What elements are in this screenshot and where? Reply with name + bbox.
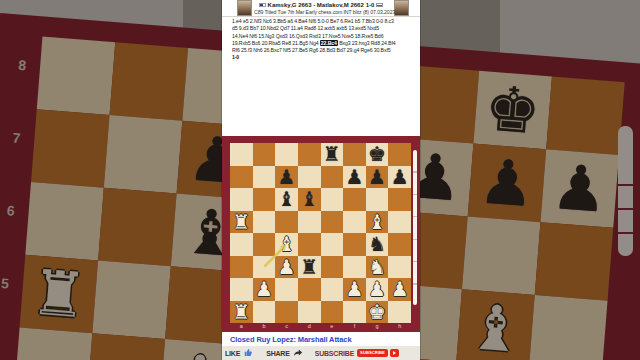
opening-name-banner: Closed Ruy Lopez: Marshall Attack: [222, 332, 420, 346]
square-c5: [275, 211, 298, 234]
file-label-b: b: [253, 322, 276, 331]
square-d6: ♝: [298, 188, 321, 211]
square-c1: [275, 301, 298, 324]
square-g1: ♚: [366, 301, 389, 324]
white-rook-a1: ♜: [232, 302, 250, 322]
result-text: 1-0: [366, 2, 375, 8]
black-pawn-g7: ♟: [368, 167, 386, 187]
white-pawn-c3: ♟: [278, 257, 296, 277]
square-f5: [343, 211, 366, 234]
event-line: C89 Titled Tue 7th Mar Early chess.com I…: [254, 9, 388, 16]
square-b2: ♟: [253, 278, 276, 301]
square-a4: [230, 233, 253, 256]
square-e8: ♜: [321, 143, 344, 166]
move-line: d5 9.d3 Bb7 10.Nbd2 Qd7 11.a4 Rad8 12.ax…: [232, 25, 413, 32]
ru-flag-icon: [376, 3, 383, 8]
square-a7: [230, 166, 253, 189]
subscribe-label[interactable]: SUBSCRIBE: [315, 350, 354, 357]
black-pawn-f7: ♟: [345, 167, 363, 187]
share-arrow-icon[interactable]: [293, 348, 303, 358]
square-a8: [230, 143, 253, 166]
file-label-d: d: [298, 322, 321, 331]
move-line: 14.Ne4 Nf6 15.Ng3 Qxd3 16.Qxd3 Rxd3 17.N…: [232, 33, 413, 40]
square-e6: [321, 188, 344, 211]
square-f2: ♟: [343, 278, 366, 301]
square-e5: [321, 211, 344, 234]
square-g4: ♞: [366, 233, 389, 256]
black-bishop-c6: ♝: [278, 189, 296, 209]
square-b6: [253, 188, 276, 211]
file-label-h: h: [388, 322, 411, 331]
move-line-segment: 19.Rxb5 Bc6 20.Rba5 Re8 21.Bg5 Ng4: [232, 40, 320, 46]
share-button[interactable]: SHARE: [266, 350, 290, 357]
move-line: Rf6 25.f3 Nh6 26.Bxc7 Nf5 27.Be5 Rg6 28.…: [232, 47, 413, 54]
move-line-segment: Bxg3 23.hxg3 Rd8 24.Bf4: [338, 40, 396, 46]
white-pawn-f2: ♟: [345, 279, 363, 299]
players-line: Kamsky,G 2663 - Matlakov,M 2662 1-0: [254, 1, 388, 9]
square-h4: [388, 233, 411, 256]
file-label-c: c: [275, 322, 298, 331]
move-line: 1.e4 e5 2.Nf3 Nc6 3.Bb5 a6 4.Ba4 Nf6 5.0…: [232, 18, 413, 25]
white-bishop-g5: ♝: [368, 212, 386, 232]
white-bishop-c4: ♝: [278, 234, 296, 254]
white-knight-g3: ♞: [368, 257, 386, 277]
square-d3: ♜: [298, 256, 321, 279]
file-label-e: e: [321, 322, 344, 331]
white-player-photo: [237, 0, 252, 16]
black-knight-g4: ♞: [368, 234, 386, 254]
black-king-g8: ♚: [368, 144, 386, 164]
black-bishop-d6: ♝: [300, 189, 318, 209]
black-player-photo: [394, 0, 409, 16]
square-g7: ♟: [366, 166, 389, 189]
white-king-g1: ♚: [368, 302, 386, 322]
move-line: 19.Rxb5 Bc6 20.Rba5 Re8 21.Bg5 Ng4 22.Bc…: [232, 40, 413, 47]
square-c4: ♝: [275, 233, 298, 256]
square-f1: [343, 301, 366, 324]
square-d8: [298, 143, 321, 166]
square-e4: [321, 233, 344, 256]
square-d4: [298, 233, 321, 256]
square-c7: ♟: [275, 166, 298, 189]
square-g2: ♟: [366, 278, 389, 301]
square-h2: ♟: [388, 278, 411, 301]
white-pawn-h2: ♟: [391, 279, 409, 299]
subscribe-button[interactable]: SUBSCRIBE: [357, 349, 388, 357]
black-rook-d3: ♜: [300, 257, 318, 277]
game-header: Kamsky,G 2663 - Matlakov,M 2662 1-0 C89 …: [222, 0, 420, 17]
chessboard: ♜♚♟♟♟♟♝♝♜♝♝♞♟♜♞♟♟♟♟♜♚: [230, 143, 411, 323]
square-f6: [343, 188, 366, 211]
action-bar: LIKE SHARE SUBSCRIBE SUBSCRIBE: [222, 346, 420, 360]
square-d7: [298, 166, 321, 189]
square-c3: ♟: [275, 256, 298, 279]
square-f7: ♟: [343, 166, 366, 189]
square-e2: [321, 278, 344, 301]
video-frame: ♜♚♟♟♟♟♝♝♜♝♝♞ 8765 Kamsky,G 2663 - Matlak…: [0, 0, 640, 360]
square-c6: ♝: [275, 188, 298, 211]
white-pawn-b2: ♟: [255, 279, 273, 299]
square-a3: [230, 256, 253, 279]
square-f4: [343, 233, 366, 256]
move-list: 1.e4 e5 2.Nf3 Nc6 3.Bb5 a6 4.Ba4 Nf6 5.0…: [232, 18, 413, 64]
square-b4: [253, 233, 276, 256]
black-rook-e8: ♜: [323, 144, 341, 164]
square-g6: [366, 188, 389, 211]
players-text: Kamsky,G 2663 - Matlakov,M 2662: [268, 2, 364, 8]
black-pawn-h7: ♟: [391, 167, 409, 187]
square-b7: [253, 166, 276, 189]
like-button[interactable]: LIKE: [225, 350, 240, 357]
file-label-f: f: [343, 322, 366, 331]
square-e1: [321, 301, 344, 324]
square-f8: [343, 143, 366, 166]
board-side-scrollbar[interactable]: [413, 150, 417, 305]
square-d1: [298, 301, 321, 324]
square-d2: [298, 278, 321, 301]
youtube-icon[interactable]: [390, 349, 399, 357]
chessboard-frame: ♜♚♟♟♟♟♝♝♜♝♝♞♟♜♞♟♟♟♟♜♚ abcdefgh: [222, 136, 420, 332]
square-g8: ♚: [366, 143, 389, 166]
square-h5: [388, 211, 411, 234]
square-g5: ♝: [366, 211, 389, 234]
square-c8: [275, 143, 298, 166]
square-g3: ♞: [366, 256, 389, 279]
square-a5: ♜: [230, 211, 253, 234]
square-h8: [388, 143, 411, 166]
thumbs-up-icon[interactable]: [244, 348, 253, 358]
game-result: 1-0: [232, 54, 413, 61]
square-b1: [253, 301, 276, 324]
square-a6: [230, 188, 253, 211]
square-h6: [388, 188, 411, 211]
square-e7: [321, 166, 344, 189]
square-b8: [253, 143, 276, 166]
square-h1: [388, 301, 411, 324]
current-move-highlight: 22.Bc4: [320, 40, 338, 46]
square-a1: ♜: [230, 301, 253, 324]
square-e3: [321, 256, 344, 279]
square-a2: [230, 278, 253, 301]
us-flag-icon: [259, 3, 266, 8]
square-h7: ♟: [388, 166, 411, 189]
square-f3: [343, 256, 366, 279]
square-h3: [388, 256, 411, 279]
black-pawn-c7: ♟: [278, 167, 296, 187]
video-overlay-panel: Kamsky,G 2663 - Matlakov,M 2662 1-0 C89 …: [222, 0, 420, 360]
square-b3: [253, 256, 276, 279]
square-c2: [275, 278, 298, 301]
white-rook-a5: ♜: [232, 212, 250, 232]
square-b5: [253, 211, 276, 234]
square-d5: [298, 211, 321, 234]
white-pawn-g2: ♟: [368, 279, 386, 299]
